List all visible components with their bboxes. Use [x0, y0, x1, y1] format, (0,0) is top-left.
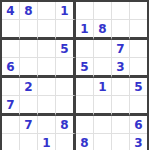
cell-r4c4[interactable] [56, 58, 76, 78]
cell-r1c1[interactable]: 4 [2, 2, 20, 20]
cell-r4c6[interactable] [94, 58, 112, 78]
cell-r1c3[interactable] [38, 2, 56, 20]
sudoku-board: 48118576532157786183 [0, 0, 149, 150]
cell-r8c8[interactable]: 3 [130, 134, 147, 150]
cell-r3c7[interactable]: 7 [112, 40, 130, 58]
cell-r7c8[interactable]: 6 [130, 116, 147, 134]
cell-r5c5[interactable] [76, 78, 94, 96]
cell-r1c7[interactable] [112, 2, 130, 20]
cell-r8c3[interactable]: 1 [38, 134, 56, 150]
cell-r2c4[interactable] [56, 20, 76, 40]
cell-r6c3[interactable] [38, 96, 56, 116]
cell-r2c6[interactable]: 8 [94, 20, 112, 40]
cell-r5c2[interactable]: 2 [20, 78, 38, 96]
cell-r7c7[interactable] [112, 116, 130, 134]
cell-r4c2[interactable] [20, 58, 38, 78]
cell-r1c4[interactable]: 1 [56, 2, 76, 20]
cell-r5c6[interactable]: 1 [94, 78, 112, 96]
cell-r5c8[interactable]: 5 [130, 78, 147, 96]
cell-r4c3[interactable] [38, 58, 56, 78]
cell-r6c6[interactable] [94, 96, 112, 116]
cell-r3c2[interactable] [20, 40, 38, 58]
cell-r5c4[interactable] [56, 78, 76, 96]
cell-r8c4[interactable] [56, 134, 76, 150]
cell-r8c2[interactable] [20, 134, 38, 150]
cell-r2c3[interactable] [38, 20, 56, 40]
cell-r3c8[interactable] [130, 40, 147, 58]
cell-r4c5[interactable]: 5 [76, 58, 94, 78]
cell-r2c7[interactable] [112, 20, 130, 40]
cell-r2c8[interactable] [130, 20, 147, 40]
cell-r1c6[interactable] [94, 2, 112, 20]
cell-r4c1[interactable]: 6 [2, 58, 20, 78]
cell-r3c5[interactable] [76, 40, 94, 58]
cell-r2c5[interactable]: 1 [76, 20, 94, 40]
cell-r8c6[interactable] [94, 134, 112, 150]
cell-r8c7[interactable] [112, 134, 130, 150]
cell-r5c3[interactable] [38, 78, 56, 96]
cell-r7c3[interactable] [38, 116, 56, 134]
cell-r8c1[interactable] [2, 134, 20, 150]
cell-r3c4[interactable]: 5 [56, 40, 76, 58]
cell-r1c5[interactable] [76, 2, 94, 20]
cell-r7c2[interactable]: 7 [20, 116, 38, 134]
cell-r7c4[interactable]: 8 [56, 116, 76, 134]
cell-r2c1[interactable] [2, 20, 20, 40]
cell-r6c8[interactable] [130, 96, 147, 116]
cell-r6c1[interactable]: 7 [2, 96, 20, 116]
cell-r6c7[interactable] [112, 96, 130, 116]
cell-r3c1[interactable] [2, 40, 20, 58]
cell-r7c6[interactable] [94, 116, 112, 134]
cell-r8c5[interactable]: 8 [76, 134, 94, 150]
cell-r6c5[interactable] [76, 96, 94, 116]
cell-r7c1[interactable] [2, 116, 20, 134]
cell-r6c4[interactable] [56, 96, 76, 116]
cell-r6c2[interactable] [20, 96, 38, 116]
cell-r5c7[interactable] [112, 78, 130, 96]
cell-r5c1[interactable] [2, 78, 20, 96]
cell-r1c2[interactable]: 8 [20, 2, 38, 20]
cell-r3c3[interactable] [38, 40, 56, 58]
cell-r2c2[interactable] [20, 20, 38, 40]
cell-r1c8[interactable] [130, 2, 147, 20]
cell-r7c5[interactable] [76, 116, 94, 134]
cell-r4c7[interactable]: 3 [112, 58, 130, 78]
cell-r4c8[interactable] [130, 58, 147, 78]
cell-r3c6[interactable] [94, 40, 112, 58]
